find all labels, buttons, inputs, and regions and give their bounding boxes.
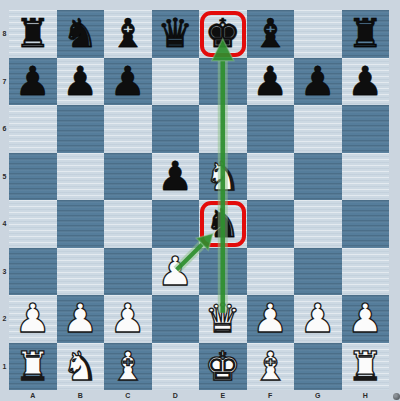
square-d5[interactable]: ♟ bbox=[152, 153, 200, 201]
square-g2[interactable]: ♟ bbox=[294, 295, 342, 343]
piece-bK-e8: ♚ bbox=[199, 10, 247, 58]
rank-label-3: 3 bbox=[0, 248, 9, 296]
chess-board: ♜♞♝♛♚♝♜♟♟♟♟♟♟♟♞♞♟♟♟♟♛♟♟♟♜♞♝♚♝♜ bbox=[9, 10, 389, 390]
piece-bP-b7: ♟ bbox=[57, 58, 105, 106]
piece-bP-c7: ♟ bbox=[104, 58, 152, 106]
rank-label-4: 4 bbox=[0, 200, 9, 248]
square-a5[interactable] bbox=[9, 153, 57, 201]
file-label-E: E bbox=[199, 390, 247, 401]
square-b6[interactable] bbox=[57, 105, 105, 153]
square-d2[interactable] bbox=[152, 295, 200, 343]
rank-label-6: 6 bbox=[0, 105, 9, 153]
chess-board-app: ♜♞♝♛♚♝♜♟♟♟♟♟♟♟♞♞♟♟♟♟♛♟♟♟♜♞♝♚♝♜ 87654321A… bbox=[0, 0, 400, 401]
square-g6[interactable] bbox=[294, 105, 342, 153]
square-a7[interactable]: ♟ bbox=[9, 58, 57, 106]
square-h6[interactable] bbox=[342, 105, 390, 153]
square-g4[interactable] bbox=[294, 200, 342, 248]
square-d8[interactable]: ♛ bbox=[152, 10, 200, 58]
file-label-C: C bbox=[104, 390, 152, 401]
square-e5[interactable]: ♞ bbox=[199, 153, 247, 201]
square-c8[interactable]: ♝ bbox=[104, 10, 152, 58]
square-b8[interactable]: ♞ bbox=[57, 10, 105, 58]
piece-wN-b1: ♞ bbox=[57, 343, 105, 391]
square-e3[interactable] bbox=[199, 248, 247, 296]
square-d1[interactable] bbox=[152, 343, 200, 391]
rank-label-5: 5 bbox=[0, 153, 9, 201]
piece-wP-c2: ♟ bbox=[104, 295, 152, 343]
square-g8[interactable] bbox=[294, 10, 342, 58]
square-b4[interactable] bbox=[57, 200, 105, 248]
square-b7[interactable]: ♟ bbox=[57, 58, 105, 106]
square-a8[interactable]: ♜ bbox=[9, 10, 57, 58]
square-h1[interactable]: ♜ bbox=[342, 343, 390, 391]
square-f8[interactable]: ♝ bbox=[247, 10, 295, 58]
piece-wB-c1: ♝ bbox=[104, 343, 152, 391]
square-c5[interactable] bbox=[104, 153, 152, 201]
piece-wK-e1: ♚ bbox=[199, 343, 247, 391]
square-c6[interactable] bbox=[104, 105, 152, 153]
file-label-A: A bbox=[9, 390, 57, 401]
piece-wR-h1: ♜ bbox=[342, 343, 390, 391]
piece-wP-a2: ♟ bbox=[9, 295, 57, 343]
square-h2[interactable]: ♟ bbox=[342, 295, 390, 343]
square-c3[interactable] bbox=[104, 248, 152, 296]
square-d4[interactable] bbox=[152, 200, 200, 248]
piece-bP-h7: ♟ bbox=[342, 58, 390, 106]
piece-bN-b8: ♞ bbox=[57, 10, 105, 58]
piece-bR-a8: ♜ bbox=[9, 10, 57, 58]
piece-wP-h2: ♟ bbox=[342, 295, 390, 343]
square-e6[interactable] bbox=[199, 105, 247, 153]
square-a3[interactable] bbox=[9, 248, 57, 296]
piece-wP-d3: ♟ bbox=[152, 248, 200, 296]
square-b3[interactable] bbox=[57, 248, 105, 296]
square-h5[interactable] bbox=[342, 153, 390, 201]
square-b1[interactable]: ♞ bbox=[57, 343, 105, 391]
square-g7[interactable]: ♟ bbox=[294, 58, 342, 106]
piece-wR-a1: ♜ bbox=[9, 343, 57, 391]
square-h8[interactable]: ♜ bbox=[342, 10, 390, 58]
square-d6[interactable] bbox=[152, 105, 200, 153]
square-f5[interactable] bbox=[247, 153, 295, 201]
square-f1[interactable]: ♝ bbox=[247, 343, 295, 391]
square-b2[interactable]: ♟ bbox=[57, 295, 105, 343]
rank-label-1: 1 bbox=[0, 343, 9, 391]
square-e4[interactable]: ♞ bbox=[199, 200, 247, 248]
piece-wP-b2: ♟ bbox=[57, 295, 105, 343]
piece-bP-a7: ♟ bbox=[9, 58, 57, 106]
piece-wP-g2: ♟ bbox=[294, 295, 342, 343]
square-g3[interactable] bbox=[294, 248, 342, 296]
square-e1[interactable]: ♚ bbox=[199, 343, 247, 391]
square-a1[interactable]: ♜ bbox=[9, 343, 57, 391]
square-a4[interactable] bbox=[9, 200, 57, 248]
square-c1[interactable]: ♝ bbox=[104, 343, 152, 391]
square-c7[interactable]: ♟ bbox=[104, 58, 152, 106]
square-b5[interactable] bbox=[57, 153, 105, 201]
square-a6[interactable] bbox=[9, 105, 57, 153]
piece-wN-e5: ♞ bbox=[199, 153, 247, 201]
square-c2[interactable]: ♟ bbox=[104, 295, 152, 343]
corner-dot bbox=[393, 393, 400, 400]
square-a2[interactable]: ♟ bbox=[9, 295, 57, 343]
square-h4[interactable] bbox=[342, 200, 390, 248]
square-f7[interactable]: ♟ bbox=[247, 58, 295, 106]
piece-bQ-d8: ♛ bbox=[152, 10, 200, 58]
piece-bB-c8: ♝ bbox=[104, 10, 152, 58]
piece-wB-f1: ♝ bbox=[247, 343, 295, 391]
rank-label-8: 8 bbox=[0, 10, 9, 58]
square-f6[interactable] bbox=[247, 105, 295, 153]
square-h3[interactable] bbox=[342, 248, 390, 296]
square-d7[interactable] bbox=[152, 58, 200, 106]
square-e2[interactable]: ♛ bbox=[199, 295, 247, 343]
square-d3[interactable]: ♟ bbox=[152, 248, 200, 296]
square-f2[interactable]: ♟ bbox=[247, 295, 295, 343]
square-h7[interactable]: ♟ bbox=[342, 58, 390, 106]
square-f3[interactable] bbox=[247, 248, 295, 296]
piece-bR-h8: ♜ bbox=[342, 10, 390, 58]
square-g1[interactable] bbox=[294, 343, 342, 391]
file-label-H: H bbox=[342, 390, 390, 401]
square-g5[interactable] bbox=[294, 153, 342, 201]
piece-bP-f7: ♟ bbox=[247, 58, 295, 106]
file-label-D: D bbox=[152, 390, 200, 401]
square-e8[interactable]: ♚ bbox=[199, 10, 247, 58]
piece-wQ-e2: ♛ bbox=[199, 295, 247, 343]
file-label-F: F bbox=[247, 390, 295, 401]
piece-bB-f8: ♝ bbox=[247, 10, 295, 58]
piece-wP-f2: ♟ bbox=[247, 295, 295, 343]
piece-bN-e4: ♞ bbox=[199, 200, 247, 248]
file-label-B: B bbox=[57, 390, 105, 401]
file-label-G: G bbox=[294, 390, 342, 401]
rank-label-2: 2 bbox=[0, 295, 9, 343]
piece-bP-g7: ♟ bbox=[294, 58, 342, 106]
piece-bP-d5: ♟ bbox=[152, 153, 200, 201]
square-f4[interactable] bbox=[247, 200, 295, 248]
square-c4[interactable] bbox=[104, 200, 152, 248]
square-e7[interactable] bbox=[199, 58, 247, 106]
rank-label-7: 7 bbox=[0, 58, 9, 106]
